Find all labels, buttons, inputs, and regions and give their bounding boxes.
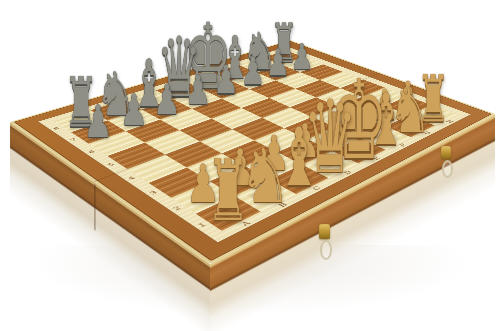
chess-set-product-photo: A8B7C6D5E4F3G2H1 ♜♞♝♛♚♝♞♜♟♟♟♟♟♟♟♟♟♟♟♟♟♟♟… bbox=[0, 0, 500, 331]
brass-clasp-front bbox=[319, 224, 332, 260]
brass-clasp-loop bbox=[442, 160, 453, 178]
brass-clasp-body bbox=[319, 224, 330, 239]
brass-clasp-loop bbox=[320, 240, 332, 260]
fold-seam bbox=[94, 184, 96, 231]
brass-clasp-right bbox=[441, 146, 453, 178]
brass-clasp-body bbox=[441, 146, 451, 159]
